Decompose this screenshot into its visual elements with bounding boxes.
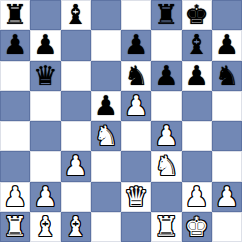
square-c2[interactable]: [61, 182, 91, 212]
square-a3[interactable]: [0, 151, 30, 181]
square-e1[interactable]: [121, 212, 151, 242]
black-pawn-piece: ♟︎: [3, 30, 27, 60]
square-f5[interactable]: [151, 91, 181, 121]
square-c4[interactable]: [61, 121, 91, 151]
square-d5[interactable]: ♟︎: [91, 91, 121, 121]
white-bishop-piece: ♝︎: [33, 212, 57, 242]
square-b6[interactable]: ♛︎: [30, 61, 60, 91]
square-h5[interactable]: [212, 91, 242, 121]
square-a5[interactable]: [0, 91, 30, 121]
square-h4[interactable]: [212, 121, 242, 151]
black-bishop-piece: ♝︎: [64, 0, 88, 30]
square-g5[interactable]: [182, 91, 212, 121]
white-pawn-piece: ♟︎: [185, 182, 209, 212]
square-c1[interactable]: ♝︎: [61, 212, 91, 242]
square-g4[interactable]: [182, 121, 212, 151]
square-f4[interactable]: ♟︎: [151, 121, 181, 151]
square-d4[interactable]: ♞︎: [91, 121, 121, 151]
square-b4[interactable]: [30, 121, 60, 151]
square-f2[interactable]: [151, 182, 181, 212]
white-king-piece: ♚︎: [185, 212, 209, 242]
square-b3[interactable]: [30, 151, 60, 181]
black-pawn-piece: ♟︎: [154, 61, 178, 91]
square-c3[interactable]: ♟︎: [61, 151, 91, 181]
white-queen-piece: ♛︎: [124, 182, 148, 212]
white-knight-piece: ♞︎: [154, 151, 178, 181]
square-b5[interactable]: [30, 91, 60, 121]
square-b2[interactable]: ♟︎: [30, 182, 60, 212]
black-rook-piece: ♜︎: [154, 0, 178, 30]
square-b8[interactable]: [30, 0, 60, 30]
white-pawn-piece: ♟︎: [154, 121, 178, 151]
square-f7[interactable]: [151, 30, 181, 60]
square-a6[interactable]: [0, 61, 30, 91]
white-bishop-piece: ♝︎: [64, 212, 88, 242]
square-h6[interactable]: ♞︎: [212, 61, 242, 91]
white-pawn-piece: ♟︎: [33, 182, 57, 212]
black-knight-piece: ♞︎: [124, 61, 148, 91]
square-h8[interactable]: [212, 0, 242, 30]
square-d1[interactable]: [91, 212, 121, 242]
square-c8[interactable]: ♝︎: [61, 0, 91, 30]
black-king-piece: ♚︎: [185, 0, 209, 30]
square-e7[interactable]: ♟︎: [121, 30, 151, 60]
square-f1[interactable]: ♜︎: [151, 212, 181, 242]
white-pawn-piece: ♟︎: [64, 151, 88, 181]
square-d7[interactable]: [91, 30, 121, 60]
square-f6[interactable]: ♟︎: [151, 61, 181, 91]
square-b7[interactable]: ♟︎: [30, 30, 60, 60]
black-bishop-piece: ♝︎: [185, 30, 209, 60]
square-d3[interactable]: [91, 151, 121, 181]
square-f3[interactable]: ♞︎: [151, 151, 181, 181]
square-g8[interactable]: ♚︎: [182, 0, 212, 30]
white-pawn-piece: ♟︎: [124, 91, 148, 121]
black-pawn-piece: ♟︎: [33, 30, 57, 60]
white-rook-piece: ♜︎: [154, 212, 178, 242]
square-d6[interactable]: [91, 61, 121, 91]
square-a2[interactable]: ♟︎: [0, 182, 30, 212]
square-d8[interactable]: [91, 0, 121, 30]
square-e8[interactable]: [121, 0, 151, 30]
square-g3[interactable]: [182, 151, 212, 181]
square-a8[interactable]: ♜︎: [0, 0, 30, 30]
square-e6[interactable]: ♞︎: [121, 61, 151, 91]
chess-board: ♜︎♝︎♜︎♚︎♟︎♟︎♟︎♝︎♟︎♛︎♞︎♟︎♟︎♞︎♟︎♟︎♞︎♟︎♟︎♞︎…: [0, 0, 242, 242]
square-h3[interactable]: [212, 151, 242, 181]
square-c6[interactable]: [61, 61, 91, 91]
square-h7[interactable]: ♟︎: [212, 30, 242, 60]
square-h1[interactable]: [212, 212, 242, 242]
square-c5[interactable]: [61, 91, 91, 121]
square-e4[interactable]: [121, 121, 151, 151]
square-d2[interactable]: [91, 182, 121, 212]
square-e5[interactable]: ♟︎: [121, 91, 151, 121]
square-g6[interactable]: ♟︎: [182, 61, 212, 91]
square-g7[interactable]: ♝︎: [182, 30, 212, 60]
white-rook-piece: ♜︎: [3, 212, 27, 242]
white-knight-piece: ♞︎: [94, 121, 118, 151]
square-b1[interactable]: ♝︎: [30, 212, 60, 242]
black-pawn-piece: ♟︎: [124, 30, 148, 60]
square-a4[interactable]: [0, 121, 30, 151]
square-f8[interactable]: ♜︎: [151, 0, 181, 30]
square-h2[interactable]: ♟︎: [212, 182, 242, 212]
square-g2[interactable]: ♟︎: [182, 182, 212, 212]
black-pawn-piece: ♟︎: [215, 30, 239, 60]
square-e3[interactable]: [121, 151, 151, 181]
black-knight-piece: ♞︎: [215, 61, 239, 91]
square-a7[interactable]: ♟︎: [0, 30, 30, 60]
black-rook-piece: ♜︎: [3, 0, 27, 30]
black-pawn-piece: ♟︎: [94, 91, 118, 121]
square-a1[interactable]: ♜︎: [0, 212, 30, 242]
white-pawn-piece: ♟︎: [3, 182, 27, 212]
white-pawn-piece: ♟︎: [215, 182, 239, 212]
black-pawn-piece: ♟︎: [185, 61, 209, 91]
square-g1[interactable]: ♚︎: [182, 212, 212, 242]
black-queen-piece: ♛︎: [33, 61, 57, 91]
square-c7[interactable]: [61, 30, 91, 60]
square-e2[interactable]: ♛︎: [121, 182, 151, 212]
